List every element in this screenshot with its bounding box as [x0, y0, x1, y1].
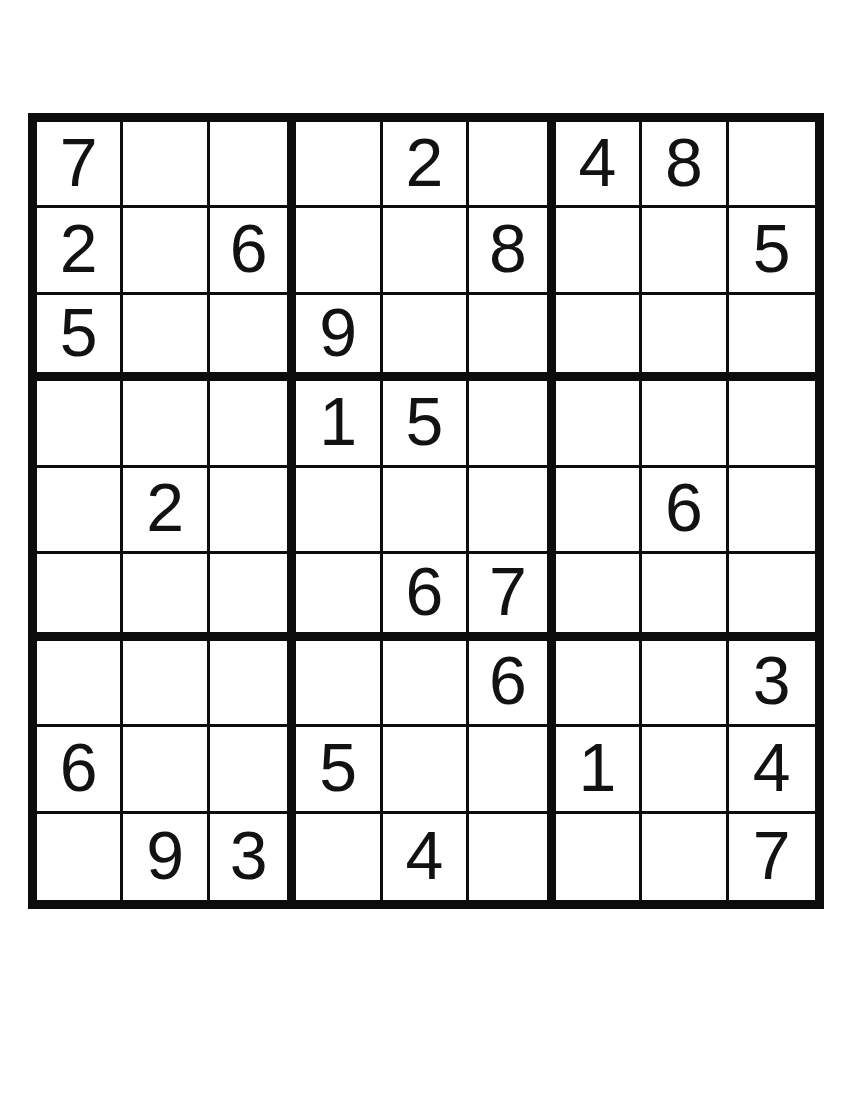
- sudoku-cell-empty[interactable]: [123, 122, 209, 208]
- given-digit: 6: [406, 557, 444, 625]
- sudoku-cell-empty[interactable]: [296, 468, 382, 554]
- sudoku-cell-given: 2: [37, 208, 123, 294]
- sudoku-cell-empty[interactable]: [556, 381, 642, 467]
- sudoku-cell-given: 3: [729, 641, 815, 727]
- sudoku-cell-empty[interactable]: [469, 727, 555, 813]
- given-digit: 3: [753, 646, 791, 714]
- sudoku-cell-given: 6: [37, 727, 123, 813]
- given-digit: 7: [753, 821, 791, 889]
- sudoku-cell-given: 5: [296, 727, 382, 813]
- sudoku-cell-empty[interactable]: [123, 381, 209, 467]
- sudoku-cell-empty[interactable]: [642, 295, 728, 381]
- sudoku-board: 72482685591526676365149347: [28, 113, 824, 909]
- sudoku-cell-empty[interactable]: [383, 641, 469, 727]
- sudoku-cell-empty[interactable]: [210, 554, 296, 640]
- sudoku-cell-given: 6: [469, 641, 555, 727]
- given-digit: 4: [753, 733, 791, 801]
- given-digit: 5: [60, 298, 98, 366]
- sudoku-cell-given: 6: [210, 208, 296, 294]
- sudoku-cell-empty[interactable]: [210, 381, 296, 467]
- sudoku-cell-empty[interactable]: [729, 468, 815, 554]
- sudoku-cell-empty[interactable]: [556, 814, 642, 900]
- sudoku-cell-given: 1: [556, 727, 642, 813]
- sudoku-cell-empty[interactable]: [296, 814, 382, 900]
- sudoku-cell-empty[interactable]: [556, 641, 642, 727]
- page: 72482685591526676365149347: [0, 0, 865, 1120]
- given-digit: 1: [319, 387, 357, 455]
- sudoku-cell-empty[interactable]: [37, 814, 123, 900]
- sudoku-cell-given: 9: [296, 295, 382, 381]
- sudoku-cell-empty[interactable]: [210, 295, 296, 381]
- sudoku-cell-empty[interactable]: [556, 554, 642, 640]
- sudoku-cell-empty[interactable]: [123, 554, 209, 640]
- sudoku-cell-empty[interactable]: [729, 295, 815, 381]
- sudoku-cell-given: 7: [729, 814, 815, 900]
- sudoku-cell-empty[interactable]: [469, 381, 555, 467]
- sudoku-cell-given: 5: [729, 208, 815, 294]
- sudoku-cell-empty[interactable]: [729, 381, 815, 467]
- sudoku-cell-empty[interactable]: [210, 641, 296, 727]
- given-digit: 5: [406, 387, 444, 455]
- sudoku-cell-empty[interactable]: [123, 727, 209, 813]
- sudoku-cell-empty[interactable]: [642, 554, 728, 640]
- sudoku-cell-given: 2: [383, 122, 469, 208]
- sudoku-cell-empty[interactable]: [729, 122, 815, 208]
- sudoku-cell-empty[interactable]: [37, 554, 123, 640]
- sudoku-cell-given: 5: [37, 295, 123, 381]
- sudoku-cell-given: 1: [296, 381, 382, 467]
- sudoku-cell-empty[interactable]: [123, 208, 209, 294]
- sudoku-cell-empty[interactable]: [296, 122, 382, 208]
- sudoku-cell-empty[interactable]: [556, 468, 642, 554]
- sudoku-cell-empty[interactable]: [642, 727, 728, 813]
- given-digit: 9: [146, 821, 184, 889]
- given-digit: 8: [489, 214, 527, 282]
- sudoku-cell-empty[interactable]: [383, 208, 469, 294]
- sudoku-cell-given: 5: [383, 381, 469, 467]
- sudoku-cell-empty[interactable]: [210, 727, 296, 813]
- given-digit: 3: [230, 821, 268, 889]
- sudoku-cell-given: 4: [729, 727, 815, 813]
- sudoku-cell-empty[interactable]: [210, 468, 296, 554]
- given-digit: 4: [578, 128, 616, 196]
- given-digit: 2: [60, 214, 98, 282]
- given-digit: 9: [319, 298, 357, 366]
- given-digit: 6: [665, 473, 703, 541]
- sudoku-cell-empty[interactable]: [296, 208, 382, 294]
- sudoku-cell-empty[interactable]: [383, 727, 469, 813]
- sudoku-cell-empty[interactable]: [210, 122, 296, 208]
- sudoku-cell-given: 8: [642, 122, 728, 208]
- sudoku-cell-empty[interactable]: [556, 208, 642, 294]
- sudoku-cell-empty[interactable]: [383, 295, 469, 381]
- given-digit: 7: [60, 128, 98, 196]
- sudoku-cell-given: 4: [383, 814, 469, 900]
- given-digit: 1: [578, 733, 616, 801]
- given-digit: 4: [406, 821, 444, 889]
- sudoku-cell-empty[interactable]: [296, 554, 382, 640]
- given-digit: 5: [319, 733, 357, 801]
- given-digit: 6: [489, 646, 527, 714]
- sudoku-cell-empty[interactable]: [556, 295, 642, 381]
- sudoku-cell-given: 4: [556, 122, 642, 208]
- sudoku-cell-empty[interactable]: [469, 468, 555, 554]
- given-digit: 8: [665, 128, 703, 196]
- sudoku-cell-given: 6: [383, 554, 469, 640]
- sudoku-cell-empty[interactable]: [729, 554, 815, 640]
- sudoku-cell-empty[interactable]: [469, 122, 555, 208]
- sudoku-cell-empty[interactable]: [383, 468, 469, 554]
- sudoku-cell-empty[interactable]: [469, 295, 555, 381]
- sudoku-cell-given: 9: [123, 814, 209, 900]
- given-digit: 7: [489, 557, 527, 625]
- sudoku-cell-empty[interactable]: [642, 381, 728, 467]
- sudoku-cell-empty[interactable]: [642, 208, 728, 294]
- given-digit: 5: [753, 214, 791, 282]
- sudoku-cell-empty[interactable]: [37, 468, 123, 554]
- sudoku-cell-empty[interactable]: [642, 641, 728, 727]
- sudoku-cell-empty[interactable]: [296, 641, 382, 727]
- given-digit: 6: [60, 733, 98, 801]
- given-digit: 6: [230, 214, 268, 282]
- sudoku-cell-empty[interactable]: [123, 641, 209, 727]
- given-digit: 2: [406, 128, 444, 196]
- sudoku-cell-given: 7: [37, 122, 123, 208]
- given-digit: 2: [146, 473, 184, 541]
- sudoku-cell-empty[interactable]: [123, 295, 209, 381]
- sudoku-cell-given: 7: [469, 554, 555, 640]
- sudoku-cell-empty[interactable]: [37, 641, 123, 727]
- sudoku-cell-given: 3: [210, 814, 296, 900]
- sudoku-cell-empty[interactable]: [469, 814, 555, 900]
- sudoku-cell-given: 2: [123, 468, 209, 554]
- sudoku-cell-given: 8: [469, 208, 555, 294]
- sudoku-cell-empty[interactable]: [37, 381, 123, 467]
- sudoku-cell-empty[interactable]: [642, 814, 728, 900]
- sudoku-cell-given: 6: [642, 468, 728, 554]
